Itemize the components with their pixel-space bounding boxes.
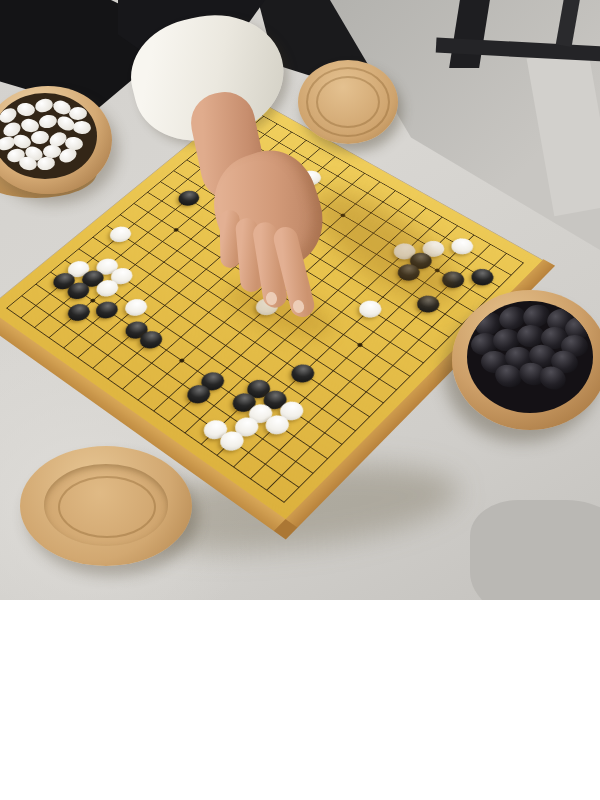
black-stone-bowl	[452, 290, 600, 430]
photo-canvas	[0, 0, 600, 800]
lid-ring	[58, 476, 156, 538]
page-white-margin	[0, 600, 600, 800]
white-stone-in-bowl	[30, 130, 49, 145]
white-stone-bowl-opening	[0, 93, 97, 179]
bowl-lid-top-right	[298, 60, 398, 144]
white-stone-in-bowl	[73, 121, 92, 135]
go-game-scene	[0, 0, 600, 600]
white-stone-in-bowl	[34, 97, 55, 114]
white-stone-in-bowl	[38, 113, 58, 129]
lid-ring	[316, 76, 380, 128]
black-stone-bowl-opening	[467, 301, 593, 413]
bowl-lid-bottom-left	[20, 446, 192, 566]
white-stone-in-bowl	[16, 102, 35, 117]
concrete-texture-patch	[470, 500, 600, 600]
white-stone-in-bowl	[69, 107, 87, 121]
